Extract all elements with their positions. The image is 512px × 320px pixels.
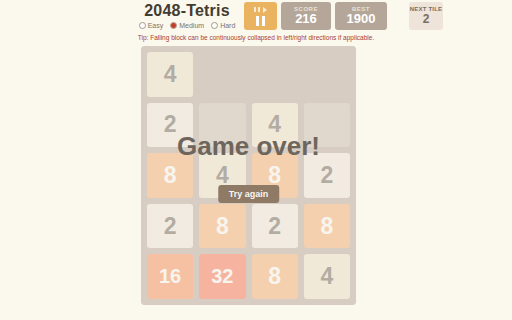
pause-button[interactable] bbox=[244, 2, 277, 30]
try-again-button[interactable]: Try again bbox=[218, 185, 280, 203]
difficulty-label: Easy bbox=[148, 22, 164, 29]
pause-play-icon bbox=[254, 7, 267, 13]
next-tile-box: NEXT TILE 2 bbox=[409, 2, 443, 30]
radio-icon[interactable] bbox=[211, 22, 218, 29]
radio-icon[interactable] bbox=[170, 22, 177, 29]
radio-icon[interactable] bbox=[139, 22, 146, 29]
app-window: 2048-Tetris Easy Medium Hard bbox=[0, 0, 512, 320]
difficulty-label: Medium bbox=[179, 22, 204, 29]
difficulty-radio-medium[interactable]: Medium bbox=[170, 22, 204, 29]
gameover-text: Game over! bbox=[141, 131, 356, 162]
difficulty-label: Hard bbox=[220, 22, 235, 29]
pause-icon bbox=[256, 16, 265, 26]
app-title: 2048-Tetris bbox=[128, 2, 246, 20]
score-value: 216 bbox=[295, 12, 317, 26]
difficulty-radio-easy[interactable]: Easy bbox=[139, 22, 164, 29]
score-box: SCORE 216 bbox=[281, 2, 331, 30]
header-controls: SCORE 216 BEST 1900 NEXT TILE 2 bbox=[244, 2, 443, 30]
title-block: 2048-Tetris Easy Medium Hard bbox=[128, 2, 246, 29]
difficulty-selector: Easy Medium Hard bbox=[128, 22, 246, 29]
game-board: 42484822828163284 Game over! Try again bbox=[141, 46, 356, 305]
difficulty-radio-hard[interactable]: Hard bbox=[211, 22, 235, 29]
gameover-overlay: Game over! Try again bbox=[141, 46, 356, 305]
best-value: 1900 bbox=[347, 12, 376, 26]
next-tile-value: 2 bbox=[423, 13, 430, 26]
best-box: BEST 1900 bbox=[335, 2, 387, 30]
tip-text: Tip: Falling block can be continuously c… bbox=[120, 34, 392, 41]
